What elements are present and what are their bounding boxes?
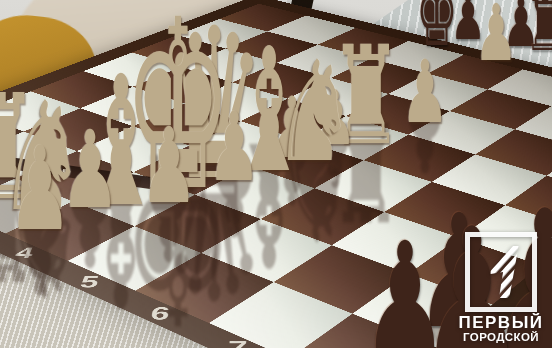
piece-white-pawn-a2: ♟ [401,49,449,136]
watermark-logo-box [465,232,537,312]
watermark-line1: ПЕРВЫЙ [453,314,549,331]
piece-white-pawn-d2: ♟ [207,100,260,196]
piece-white-pawn-e2: ♟ [140,114,198,218]
channel-one-icon [481,243,521,301]
watermark-channel-logo: ПЕРВЫЙ ГОРОДСКОЙ [453,232,549,344]
piece-white-pawn-g2: ♟ [8,131,72,247]
watermark-line2: ГОРОДСКОЙ [453,331,549,344]
photo-scene: 12345678 ♟♚♟♜♟ ♟♟♜♜♟♟♟♟♞♞♝♝♛♛♚♚♟♟♜♜♝♝♟♟♞… [0,0,552,348]
